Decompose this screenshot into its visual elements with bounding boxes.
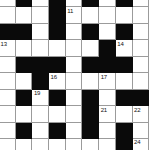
letter-cell[interactable]	[0, 106, 16, 122]
block-cell	[16, 24, 33, 40]
letter-cell[interactable]	[32, 40, 49, 56]
crossword-board: 111314161719212224	[0, 0, 150, 150]
letter-cell[interactable]	[99, 0, 116, 7]
letter-cell[interactable]	[32, 0, 49, 7]
letter-cell[interactable]	[66, 73, 83, 89]
clue-number: 24	[134, 139, 140, 145]
block-cell	[49, 7, 66, 23]
letter-cell[interactable]	[133, 73, 150, 89]
letter-cell[interactable]	[0, 7, 16, 23]
block-cell	[116, 90, 133, 106]
letter-cell[interactable]	[66, 24, 83, 40]
letter-cell[interactable]	[0, 0, 16, 7]
letter-cell[interactable]	[99, 123, 116, 139]
clue-number: 17	[101, 74, 107, 80]
block-cell	[99, 57, 116, 73]
letter-cell[interactable]	[66, 90, 83, 106]
block-cell	[49, 57, 66, 73]
block-cell	[49, 90, 66, 106]
letter-cell[interactable]	[0, 57, 16, 73]
letter-cell[interactable]	[0, 90, 16, 106]
block-cell	[82, 57, 99, 73]
letter-cell[interactable]	[66, 139, 83, 150]
block-cell	[16, 0, 33, 7]
block-cell	[116, 57, 133, 73]
letter-cell[interactable]	[49, 40, 66, 56]
clue-number: 22	[134, 107, 140, 113]
block-cell	[82, 123, 99, 139]
block-cell	[116, 0, 133, 7]
letter-cell[interactable]	[133, 40, 150, 56]
block-cell	[82, 106, 99, 122]
clue-number: 13	[1, 41, 7, 47]
letter-cell[interactable]	[66, 0, 83, 7]
block-cell	[49, 123, 66, 139]
block-cell	[99, 40, 116, 56]
letter-cell[interactable]	[49, 106, 66, 122]
letter-cell[interactable]	[16, 139, 33, 150]
letter-cell[interactable]	[49, 139, 66, 150]
letter-cell[interactable]	[116, 73, 133, 89]
letter-cell[interactable]	[0, 139, 16, 150]
clue-number: 14	[117, 41, 123, 47]
letter-cell[interactable]	[133, 7, 150, 23]
letter-cell[interactable]	[32, 24, 49, 40]
letter-cell[interactable]: 22	[133, 106, 150, 122]
letter-cell[interactable]: 24	[133, 139, 150, 150]
letter-cell[interactable]	[82, 40, 99, 56]
letter-cell[interactable]	[16, 7, 33, 23]
letter-cell[interactable]	[99, 90, 116, 106]
block-cell	[32, 73, 49, 89]
block-cell	[82, 0, 99, 7]
letter-cell[interactable]	[66, 123, 83, 139]
letter-cell[interactable]: 19	[32, 90, 49, 106]
crossword-grid: 111314161719212224	[0, 0, 149, 150]
letter-cell[interactable]: 21	[99, 106, 116, 122]
letter-cell[interactable]: 13	[0, 40, 16, 56]
letter-cell[interactable]	[82, 73, 99, 89]
letter-cell[interactable]	[133, 57, 150, 73]
block-cell	[133, 90, 150, 106]
letter-cell[interactable]	[133, 0, 150, 7]
clue-number: 11	[67, 8, 73, 14]
block-cell	[16, 90, 33, 106]
letter-cell[interactable]	[66, 106, 83, 122]
letter-cell[interactable]	[82, 7, 99, 23]
block-cell	[116, 24, 133, 40]
letter-cell[interactable]: 16	[49, 73, 66, 89]
block-cell	[16, 123, 33, 139]
letter-cell[interactable]	[32, 123, 49, 139]
letter-cell[interactable]	[82, 139, 99, 150]
letter-cell[interactable]	[99, 139, 116, 150]
letter-cell[interactable]	[116, 7, 133, 23]
block-cell	[49, 24, 66, 40]
block-cell	[116, 123, 133, 139]
letter-cell[interactable]	[99, 24, 116, 40]
clue-number: 21	[101, 107, 107, 113]
letter-cell[interactable]	[133, 123, 150, 139]
letter-cell[interactable]	[16, 106, 33, 122]
block-cell	[32, 57, 49, 73]
block-cell	[0, 24, 16, 40]
letter-cell[interactable]	[0, 73, 16, 89]
letter-cell[interactable]	[16, 73, 33, 89]
block-cell	[82, 24, 99, 40]
letter-cell[interactable]	[66, 40, 83, 56]
letter-cell[interactable]	[32, 139, 49, 150]
letter-cell[interactable]	[16, 40, 33, 56]
letter-cell[interactable]: 11	[66, 7, 83, 23]
letter-cell[interactable]	[133, 24, 150, 40]
letter-cell[interactable]	[32, 106, 49, 122]
block-cell	[82, 90, 99, 106]
clue-number: 16	[51, 74, 57, 80]
clue-number: 19	[34, 90, 40, 96]
letter-cell[interactable]: 17	[99, 73, 116, 89]
letter-cell[interactable]	[116, 106, 133, 122]
block-cell	[16, 57, 33, 73]
letter-cell[interactable]	[66, 57, 83, 73]
letter-cell[interactable]: 14	[116, 40, 133, 56]
letter-cell[interactable]	[32, 7, 49, 23]
block-cell	[116, 139, 133, 150]
letter-cell[interactable]	[0, 123, 16, 139]
block-cell	[49, 0, 66, 7]
letter-cell[interactable]	[99, 7, 116, 23]
